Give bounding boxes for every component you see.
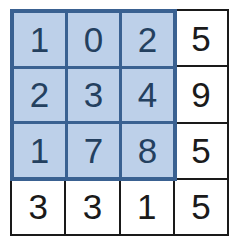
highlight-cell-r0c0[interactable]: 1 [14, 13, 65, 66]
cell-r3c3[interactable]: 5 [175, 180, 227, 234]
cell-r0c3[interactable]: 5 [175, 11, 227, 65]
highlight-cell-r2c0[interactable]: 1 [14, 124, 65, 177]
highlight-cell-r2c1[interactable]: 7 [68, 124, 119, 177]
highlight-cell-r0c2[interactable]: 2 [122, 13, 173, 66]
highlight-cell-r0c1[interactable]: 0 [68, 13, 119, 66]
cell-r3c2[interactable]: 1 [121, 180, 173, 234]
cell-r3c0[interactable]: 3 [12, 180, 64, 234]
cell-r1c3[interactable]: 9 [175, 67, 227, 121]
highlight-cell-r2c2[interactable]: 8 [122, 124, 173, 177]
cell-r2c3[interactable]: 5 [175, 124, 227, 178]
cell-r3c1[interactable]: 3 [66, 180, 118, 234]
highlight-cell-r1c1[interactable]: 3 [68, 69, 119, 122]
highlight-cell-r1c0[interactable]: 2 [14, 69, 65, 122]
highlight-region[interactable]: 1 0 2 2 3 4 1 7 8 [10, 9, 177, 181]
board: 5 9 5 3 3 1 5 1 0 2 2 3 4 1 7 8 [0, 0, 239, 243]
highlight-cell-r1c2[interactable]: 4 [122, 69, 173, 122]
